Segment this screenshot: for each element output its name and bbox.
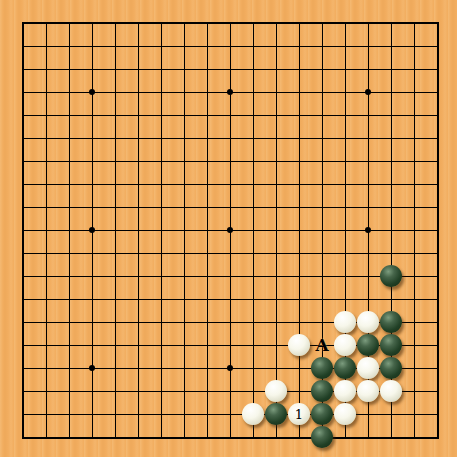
white-stone (242, 403, 264, 425)
star-point (227, 227, 233, 233)
go-board[interactable]: 1A (0, 0, 457, 457)
star-point (89, 365, 95, 371)
black-stone (380, 311, 402, 333)
white-stone (265, 380, 287, 402)
white-stone (357, 311, 379, 333)
white-stone (288, 334, 310, 356)
point-label-A: A (315, 335, 328, 355)
white-stone (380, 380, 402, 402)
star-point (365, 89, 371, 95)
star-point (89, 227, 95, 233)
white-stone: 1 (288, 403, 310, 425)
black-stone (265, 403, 287, 425)
star-point (227, 89, 233, 95)
black-stone (311, 357, 333, 379)
black-stone (380, 265, 402, 287)
white-stone (334, 403, 356, 425)
move-number: 1 (295, 408, 303, 421)
star-point (89, 89, 95, 95)
star-point (227, 365, 233, 371)
star-point (365, 227, 371, 233)
black-stone (311, 380, 333, 402)
black-stone (380, 357, 402, 379)
black-stone (311, 426, 333, 448)
white-stone (357, 357, 379, 379)
black-stone (357, 334, 379, 356)
white-stone (334, 311, 356, 333)
white-stone (334, 334, 356, 356)
black-stone (334, 357, 356, 379)
white-stone (334, 380, 356, 402)
black-stone (311, 403, 333, 425)
white-stone (357, 380, 379, 402)
black-stone (380, 334, 402, 356)
